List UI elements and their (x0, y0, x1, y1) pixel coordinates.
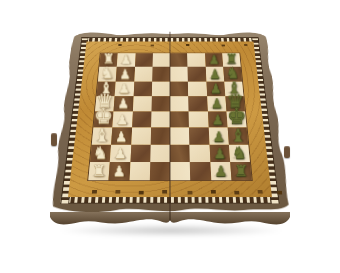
piece-white-pawn[interactable]: ♟ (118, 82, 130, 95)
square-h1[interactable]: ♜ (88, 162, 110, 180)
piece-green-pawn[interactable]: ♟ (214, 147, 227, 161)
square-h6[interactable] (190, 162, 211, 180)
square-a2[interactable]: ♟ (117, 53, 135, 67)
fold-seam (169, 32, 171, 212)
piece-green-pawn[interactable]: ♟ (209, 54, 220, 66)
square-a6[interactable] (187, 53, 205, 67)
square-d3[interactable] (132, 96, 151, 111)
piece-white-knight[interactable]: ♞ (93, 144, 108, 161)
square-a5[interactable] (170, 53, 188, 67)
square-d6[interactable] (188, 96, 207, 111)
piece-white-pawn[interactable]: ♟ (113, 165, 126, 179)
piece-green-pawn[interactable]: ♟ (213, 130, 225, 144)
chessboard: ♜♟♟♜♞♟♟♞♝♟♟♝♛♟♟♛♚♟♟♚♝♟♟♝♞♟♟♞♜♟♟♜ (48, 26, 292, 214)
square-g6[interactable] (190, 144, 210, 161)
piece-green-pawn[interactable]: ♟ (212, 113, 224, 127)
piece-white-pawn[interactable]: ♟ (117, 98, 129, 111)
square-h8[interactable]: ♜ (230, 162, 252, 180)
square-h7[interactable]: ♟ (210, 162, 231, 180)
square-c3[interactable] (133, 81, 152, 96)
square-h2[interactable]: ♟ (109, 162, 130, 180)
square-c2[interactable]: ♟ (115, 81, 134, 96)
square-a4[interactable] (152, 53, 170, 67)
square-d5[interactable] (170, 96, 189, 111)
piece-green-pawn[interactable]: ♟ (211, 98, 223, 111)
piece-green-bishop[interactable]: ♝ (231, 126, 247, 143)
piece-green-rook[interactable]: ♜ (235, 164, 249, 179)
square-c6[interactable] (188, 81, 207, 96)
board-face: ♜♟♟♜♞♟♟♞♝♟♟♝♛♟♟♛♚♟♟♚♝♟♟♝♞♟♟♞♜♟♟♜ (48, 31, 292, 214)
square-e2[interactable]: ♟ (113, 112, 133, 128)
piece-green-pawn[interactable]: ♟ (209, 68, 220, 81)
square-c5[interactable] (170, 81, 188, 96)
mosaic-border-bottom (60, 195, 279, 203)
square-h4[interactable] (150, 162, 170, 180)
piece-white-pawn[interactable]: ♟ (116, 113, 128, 127)
square-a7[interactable]: ♟ (205, 53, 223, 67)
square-e3[interactable] (132, 112, 152, 128)
cast-shadow (56, 224, 286, 237)
piece-white-pawn[interactable]: ♟ (119, 68, 130, 81)
piece-white-rook[interactable]: ♜ (92, 164, 106, 179)
square-e4[interactable] (151, 112, 170, 128)
photo-canvas: ♜♟♟♜♞♟♟♞♝♟♟♝♛♟♟♛♚♟♟♚♝♟♟♝♞♟♟♞♜♟♟♜ (0, 0, 340, 273)
square-d2[interactable]: ♟ (114, 96, 134, 111)
piece-green-pawn[interactable]: ♟ (215, 165, 228, 179)
square-e7[interactable]: ♟ (208, 112, 228, 128)
piece-green-knight[interactable]: ♞ (232, 144, 247, 161)
piece-white-pawn[interactable]: ♟ (120, 54, 131, 66)
square-d7[interactable]: ♟ (207, 96, 227, 111)
piece-white-pawn[interactable]: ♟ (114, 147, 127, 161)
square-e5[interactable] (170, 112, 189, 128)
square-h5[interactable] (170, 162, 190, 180)
square-g1[interactable]: ♞ (90, 144, 111, 161)
square-d4[interactable] (151, 96, 170, 111)
piece-white-bishop[interactable]: ♝ (94, 126, 110, 143)
square-g5[interactable] (170, 144, 190, 161)
square-e6[interactable] (189, 112, 209, 128)
square-g2[interactable]: ♟ (110, 144, 131, 161)
square-h3[interactable] (129, 162, 150, 180)
square-g3[interactable] (130, 144, 150, 161)
square-g7[interactable]: ♟ (209, 144, 230, 161)
clasp-right (284, 146, 290, 158)
piece-white-king[interactable]: ♚ (93, 105, 112, 127)
piece-green-king[interactable]: ♚ (227, 105, 246, 127)
piece-white-pawn[interactable]: ♟ (115, 130, 127, 144)
clasp-left (51, 133, 57, 146)
square-g8[interactable]: ♞ (229, 144, 250, 161)
piece-green-pawn[interactable]: ♟ (210, 82, 222, 95)
square-g4[interactable] (150, 144, 170, 161)
square-c4[interactable] (152, 81, 170, 96)
square-c7[interactable]: ♟ (206, 81, 225, 96)
square-a3[interactable] (135, 53, 153, 67)
